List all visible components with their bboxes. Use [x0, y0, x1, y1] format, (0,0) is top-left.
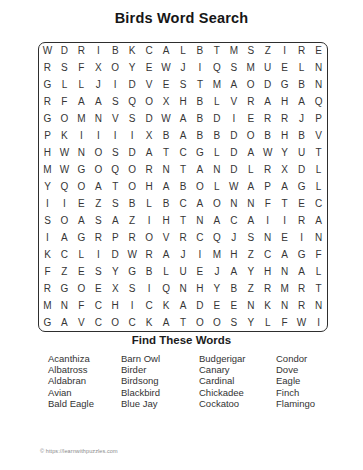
grid-cell-r11c14[interactable]: I: [259, 212, 276, 229]
grid-cell-r6c10[interactable]: B: [191, 128, 208, 145]
grid-cell-r13c7[interactable]: R: [141, 246, 158, 263]
grid-cell-r17c14[interactable]: L: [259, 314, 276, 331]
grid-cell-r6c7[interactable]: X: [141, 128, 158, 145]
grid-cell-r14c2[interactable]: Z: [56, 263, 73, 280]
grid-cell-r12c2[interactable]: A: [56, 229, 73, 246]
grid-cell-r3c6[interactable]: D: [124, 77, 141, 94]
grid-cell-r17c1[interactable]: G: [39, 314, 56, 331]
grid-cell-r4c4[interactable]: A: [90, 94, 107, 111]
grid-cell-r16c15[interactable]: N: [276, 297, 293, 314]
grid-cell-r17c17[interactable]: I: [310, 314, 327, 331]
grid-cell-r6c3[interactable]: I: [73, 128, 90, 145]
grid-cell-r4c14[interactable]: A: [259, 94, 276, 111]
grid-cell-r11c5[interactable]: A: [107, 212, 124, 229]
grid-cell-r3c11[interactable]: M: [208, 77, 225, 94]
grid-cell-r12c6[interactable]: R: [124, 229, 141, 246]
grid-cell-r17c15[interactable]: F: [276, 314, 293, 331]
grid-cell-r12c9[interactable]: R: [175, 229, 192, 246]
grid-cell-r12c15[interactable]: E: [276, 229, 293, 246]
grid-cell-r5c3[interactable]: M: [73, 111, 90, 128]
grid-cell-r4c17[interactable]: Q: [310, 94, 327, 111]
grid-cell-r5c1[interactable]: G: [39, 111, 56, 128]
grid-cell-r6c8[interactable]: B: [158, 128, 175, 145]
grid-cell-r17c11[interactable]: O: [208, 314, 225, 331]
grid-cell-r10c11[interactable]: O: [208, 195, 225, 212]
grid-cell-r5c10[interactable]: B: [191, 111, 208, 128]
word-item: Blackbird: [121, 387, 199, 398]
word-list-column-2: Barn OwlBirderBirdsongBlackbirdBlue Jay: [121, 353, 199, 409]
grid-cell-r7c15[interactable]: Y: [276, 145, 293, 162]
grid-cell-r15c5[interactable]: X: [107, 280, 124, 297]
grid-cell-r5c5[interactable]: V: [107, 111, 124, 128]
grid-cell-r9c4[interactable]: A: [90, 179, 107, 196]
grid-cell-r2c4[interactable]: X: [90, 60, 107, 77]
grid-cell-r9c2[interactable]: Q: [56, 179, 73, 196]
grid-cell-r1c15[interactable]: I: [276, 43, 293, 60]
grid-cell-r9c16[interactable]: G: [293, 179, 310, 196]
grid-cell-r7c13[interactable]: A: [242, 145, 259, 162]
grid-cell-r5c6[interactable]: S: [124, 111, 141, 128]
grid-cell-r2c3[interactable]: F: [73, 60, 90, 77]
grid-cell-r4c16[interactable]: A: [293, 94, 310, 111]
grid-cell-r15c15[interactable]: M: [276, 280, 293, 297]
grid-cell-r6c13[interactable]: O: [242, 128, 259, 145]
grid-cell-r11c13[interactable]: A: [242, 212, 259, 229]
grid-cell-r4c13[interactable]: R: [242, 94, 259, 111]
grid-cell-r2c10[interactable]: I: [191, 60, 208, 77]
grid-cell-r9c11[interactable]: L: [208, 179, 225, 196]
grid-cell-r4c10[interactable]: B: [191, 94, 208, 111]
grid-cell-r13c10[interactable]: I: [191, 246, 208, 263]
grid-cell-r12c14[interactable]: N: [259, 229, 276, 246]
grid-cell-r13c11[interactable]: M: [208, 246, 225, 263]
grid-cell-r9c14[interactable]: P: [259, 179, 276, 196]
grid-cell-r1c6[interactable]: K: [124, 43, 141, 60]
grid-cell-r7c7[interactable]: A: [141, 145, 158, 162]
grid-cell-r9c12[interactable]: W: [225, 179, 242, 196]
grid-cell-r13c15[interactable]: A: [276, 246, 293, 263]
grid-cell-r14c8[interactable]: L: [158, 263, 175, 280]
grid-cell-r15c3[interactable]: O: [73, 280, 90, 297]
grid-cell-r9c3[interactable]: O: [73, 179, 90, 196]
grid-cell-r2c15[interactable]: E: [276, 60, 293, 77]
grid-cell-r7c8[interactable]: T: [158, 145, 175, 162]
grid-cell-r6c15[interactable]: H: [276, 128, 293, 145]
grid-cell-r16c14[interactable]: K: [259, 297, 276, 314]
grid-cell-r11c3[interactable]: A: [73, 212, 90, 229]
grid-cell-r16c17[interactable]: N: [310, 297, 327, 314]
grid-cell-r3c1[interactable]: G: [39, 77, 56, 94]
grid-cell-r10c13[interactable]: N: [242, 195, 259, 212]
grid-cell-r1c10[interactable]: B: [191, 43, 208, 60]
grid-cell-r16c4[interactable]: C: [90, 297, 107, 314]
grid-cell-r5c2[interactable]: O: [56, 111, 73, 128]
grid-cell-r13c17[interactable]: F: [310, 246, 327, 263]
grid-cell-r15c8[interactable]: Q: [158, 280, 175, 297]
grid-cell-r10c16[interactable]: E: [293, 195, 310, 212]
grid-cell-r5c7[interactable]: D: [141, 111, 158, 128]
grid-cell-r11c10[interactable]: N: [191, 212, 208, 229]
grid-cell-r17c6[interactable]: C: [124, 314, 141, 331]
grid-cell-r1c17[interactable]: E: [310, 43, 327, 60]
grid-cell-r3c5[interactable]: I: [107, 77, 124, 94]
grid-cell-r16c1[interactable]: M: [39, 297, 56, 314]
grid-cell-r12c11[interactable]: Q: [208, 229, 225, 246]
grid-cell-r8c4[interactable]: O: [90, 162, 107, 179]
grid-cell-r1c7[interactable]: C: [141, 43, 158, 60]
grid-cell-r6c6[interactable]: I: [124, 128, 141, 145]
grid-cell-r2c2[interactable]: S: [56, 60, 73, 77]
grid-cell-r10c4[interactable]: Z: [90, 195, 107, 212]
grid-cell-r1c14[interactable]: Z: [259, 43, 276, 60]
grid-cell-r15c13[interactable]: Z: [242, 280, 259, 297]
grid-cell-r12c12[interactable]: J: [225, 229, 242, 246]
grid-cell-r17c9[interactable]: T: [175, 314, 192, 331]
grid-cell-r16c7[interactable]: C: [141, 297, 158, 314]
grid-cell-r3c2[interactable]: L: [56, 77, 73, 94]
grid-cell-r6c1[interactable]: P: [39, 128, 56, 145]
grid-cell-r1c9[interactable]: L: [175, 43, 192, 60]
grid-cell-r14c9[interactable]: U: [175, 263, 192, 280]
grid-cell-r12c8[interactable]: V: [158, 229, 175, 246]
grid-cell-r8c9[interactable]: T: [175, 162, 192, 179]
grid-cell-r8c16[interactable]: D: [293, 162, 310, 179]
grid-cell-r10c8[interactable]: B: [158, 195, 175, 212]
grid-cell-r2c11[interactable]: Q: [208, 60, 225, 77]
grid-cell-r5c11[interactable]: D: [208, 111, 225, 128]
grid-cell-r2c13[interactable]: M: [242, 60, 259, 77]
grid-cell-r17c12[interactable]: S: [225, 314, 242, 331]
grid-cell-r4c12[interactable]: V: [225, 94, 242, 111]
grid-cell-r6c12[interactable]: D: [225, 128, 242, 145]
grid-cell-r6c17[interactable]: V: [310, 128, 327, 145]
grid-cell-r8c17[interactable]: L: [310, 162, 327, 179]
grid-cell-r7c11[interactable]: L: [208, 145, 225, 162]
grid-cell-r3c14[interactable]: D: [259, 77, 276, 94]
grid-cell-r13c13[interactable]: Z: [242, 246, 259, 263]
grid-cell-r17c3[interactable]: V: [73, 314, 90, 331]
grid-cell-r14c14[interactable]: H: [259, 263, 276, 280]
grid-cell-r1c5[interactable]: B: [107, 43, 124, 60]
grid-cell-r3c9[interactable]: S: [175, 77, 192, 94]
grid-cell-r8c6[interactable]: O: [124, 162, 141, 179]
grid-cell-r13c14[interactable]: C: [259, 246, 276, 263]
grid-cell-r13c16[interactable]: G: [293, 246, 310, 263]
grid-cell-r8c15[interactable]: X: [276, 162, 293, 179]
grid-cell-r15c12[interactable]: B: [225, 280, 242, 297]
grid-cell-r6c16[interactable]: B: [293, 128, 310, 145]
grid-cell-r12c13[interactable]: S: [242, 229, 259, 246]
grid-cell-r7c9[interactable]: C: [175, 145, 192, 162]
grid-cell-r2c6[interactable]: Y: [124, 60, 141, 77]
grid-cell-r15c6[interactable]: S: [124, 280, 141, 297]
grid-cell-r1c4[interactable]: I: [90, 43, 107, 60]
grid-cell-r7c14[interactable]: W: [259, 145, 276, 162]
grid-cell-r9c1[interactable]: Y: [39, 179, 56, 196]
grid-cell-r5c12[interactable]: I: [225, 111, 242, 128]
grid-cell-r7c4[interactable]: O: [90, 145, 107, 162]
grid-cell-r9c9[interactable]: B: [175, 179, 192, 196]
grid-cell-r5c15[interactable]: R: [276, 111, 293, 128]
grid-cell-r14c10[interactable]: E: [191, 263, 208, 280]
grid-cell-r13c2[interactable]: C: [56, 246, 73, 263]
word-item: Bald Eagle: [48, 398, 121, 409]
grid-cell-r16c2[interactable]: N: [56, 297, 73, 314]
grid-cell-r3c8[interactable]: E: [158, 77, 175, 94]
grid-cell-r16c9[interactable]: A: [175, 297, 192, 314]
grid-cell-r16c10[interactable]: D: [191, 297, 208, 314]
grid-cell-r7c6[interactable]: D: [124, 145, 141, 162]
grid-cell-r10c15[interactable]: T: [276, 195, 293, 212]
grid-cell-r8c3[interactable]: G: [73, 162, 90, 179]
grid-cell-r17c2[interactable]: A: [56, 314, 73, 331]
grid-cell-r16c3[interactable]: F: [73, 297, 90, 314]
grid-cell-r12c1[interactable]: I: [39, 229, 56, 246]
grid-cell-r16c13[interactable]: N: [242, 297, 259, 314]
grid-cell-r4c9[interactable]: H: [175, 94, 192, 111]
grid-cell-r6c14[interactable]: B: [259, 128, 276, 145]
grid-cell-r5c9[interactable]: A: [175, 111, 192, 128]
grid-cell-r7c12[interactable]: D: [225, 145, 242, 162]
grid-cell-r15c11[interactable]: Y: [208, 280, 225, 297]
grid-cell-r2c16[interactable]: L: [293, 60, 310, 77]
grid-cell-r1c16[interactable]: R: [293, 43, 310, 60]
word-list: AcanthizaAlbatrossAldabranAvianBald Eagl…: [48, 353, 361, 409]
grid-cell-r10c3[interactable]: E: [73, 195, 90, 212]
grid-cell-r17c16[interactable]: W: [293, 314, 310, 331]
grid-cell-r9c6[interactable]: O: [124, 179, 141, 196]
grid-cell-r3c15[interactable]: G: [276, 77, 293, 94]
grid-cell-r7c17[interactable]: T: [310, 145, 327, 162]
grid-cell-r12c7[interactable]: O: [141, 229, 158, 246]
word-item: Finch: [276, 387, 361, 398]
grid-cell-r14c7[interactable]: B: [141, 263, 158, 280]
word-item: Budgerigar: [199, 353, 276, 364]
grid-cell-r8c12[interactable]: D: [225, 162, 242, 179]
grid-cell-r5c13[interactable]: E: [242, 111, 259, 128]
grid-cell-r8c1[interactable]: M: [39, 162, 56, 179]
grid-cell-r7c16[interactable]: U: [293, 145, 310, 162]
grid-cell-r16c16[interactable]: R: [293, 297, 310, 314]
grid-cell-r12c17[interactable]: N: [310, 229, 327, 246]
grid-cell-r10c5[interactable]: S: [107, 195, 124, 212]
grid-cell-r10c7[interactable]: L: [141, 195, 158, 212]
grid-cell-r1c8[interactable]: A: [158, 43, 175, 60]
grid-cell-r17c8[interactable]: A: [158, 314, 175, 331]
grid-cell-r5c16[interactable]: J: [293, 111, 310, 128]
grid-cell-r15c14[interactable]: R: [259, 280, 276, 297]
grid-cell-r2c8[interactable]: W: [158, 60, 175, 77]
grid-cell-r14c4[interactable]: S: [90, 263, 107, 280]
grid-cell-r3c7[interactable]: V: [141, 77, 158, 94]
grid-cell-r8c7[interactable]: R: [141, 162, 158, 179]
grid-cell-r13c6[interactable]: W: [124, 246, 141, 263]
grid-cell-r11c12[interactable]: C: [225, 212, 242, 229]
grid-cell-r4c6[interactable]: Q: [124, 94, 141, 111]
grid-cell-r3c17[interactable]: N: [310, 77, 327, 94]
grid-cell-r13c12[interactable]: H: [225, 246, 242, 263]
grid-cell-r6c2[interactable]: K: [56, 128, 73, 145]
grid-cell-r11c2[interactable]: O: [56, 212, 73, 229]
grid-cell-r11c15[interactable]: I: [276, 212, 293, 229]
grid-cell-r2c1[interactable]: R: [39, 60, 56, 77]
grid-cell-r13c9[interactable]: J: [175, 246, 192, 263]
grid-cell-r8c2[interactable]: W: [56, 162, 73, 179]
grid-cell-r3c13[interactable]: O: [242, 77, 259, 94]
grid-cell-r14c3[interactable]: E: [73, 263, 90, 280]
grid-cell-r4c8[interactable]: X: [158, 94, 175, 111]
word-item: Acanthiza: [48, 353, 121, 364]
grid-cell-r15c17[interactable]: T: [310, 280, 327, 297]
grid-cell-r13c1[interactable]: K: [39, 246, 56, 263]
grid-cell-r4c3[interactable]: A: [73, 94, 90, 111]
grid-cell-r16c12[interactable]: E: [225, 297, 242, 314]
grid-cell-r14c15[interactable]: N: [276, 263, 293, 280]
grid-cell-r7c5[interactable]: S: [107, 145, 124, 162]
grid-cell-r9c15[interactable]: A: [276, 179, 293, 196]
word-search-grid: WDRIBKCALBTMSZIRERSFXOYEWJIQSMUELNGLLJID…: [38, 42, 328, 332]
grid-cell-r11c16[interactable]: R: [293, 212, 310, 229]
grid-cell-r11c17[interactable]: A: [310, 212, 327, 229]
grid-cell-r13c3[interactable]: L: [73, 246, 90, 263]
grid-cell-r17c10[interactable]: O: [191, 314, 208, 331]
grid-cell-r11c6[interactable]: Z: [124, 212, 141, 229]
grid-cell-r15c16[interactable]: R: [293, 280, 310, 297]
grid-cell-r7c1[interactable]: H: [39, 145, 56, 162]
grid-cell-r11c4[interactable]: S: [90, 212, 107, 229]
grid-cell-r4c7[interactable]: O: [141, 94, 158, 111]
grid-cell-r16c8[interactable]: K: [158, 297, 175, 314]
grid-cell-r6c9[interactable]: A: [175, 128, 192, 145]
grid-cell-r2c9[interactable]: J: [175, 60, 192, 77]
grid-cell-r15c1[interactable]: R: [39, 280, 56, 297]
grid-cell-r9c13[interactable]: A: [242, 179, 259, 196]
grid-cell-r9c17[interactable]: L: [310, 179, 327, 196]
grid-cell-r10c10[interactable]: A: [191, 195, 208, 212]
grid-cell-r15c4[interactable]: E: [90, 280, 107, 297]
grid-cell-r15c9[interactable]: N: [175, 280, 192, 297]
grid-cell-r5c17[interactable]: P: [310, 111, 327, 128]
grid-cell-r14c16[interactable]: A: [293, 263, 310, 280]
word-item: Cardinal: [199, 375, 276, 386]
grid-cell-r8c11[interactable]: N: [208, 162, 225, 179]
grid-cell-r14c13[interactable]: Y: [242, 263, 259, 280]
grid-cell-r8c8[interactable]: N: [158, 162, 175, 179]
grid-cell-r1c11[interactable]: T: [208, 43, 225, 60]
grid-cell-r12c3[interactable]: G: [73, 229, 90, 246]
grid-cell-r12c5[interactable]: P: [107, 229, 124, 246]
word-item: Albatross: [48, 364, 121, 375]
grid-cell-r8c10[interactable]: A: [191, 162, 208, 179]
grid-cell-r10c2[interactable]: I: [56, 195, 73, 212]
grid-cell-r6c4[interactable]: I: [90, 128, 107, 145]
grid-cell-r10c12[interactable]: N: [225, 195, 242, 212]
grid-cell-r5c14[interactable]: R: [259, 111, 276, 128]
grid-cell-r15c10[interactable]: H: [191, 280, 208, 297]
grid-cell-r4c11[interactable]: L: [208, 94, 225, 111]
grid-cell-r1c2[interactable]: D: [56, 43, 73, 60]
grid-cell-r9c7[interactable]: H: [141, 179, 158, 196]
grid-cell-r3c3[interactable]: L: [73, 77, 90, 94]
grid-cell-r5c4[interactable]: N: [90, 111, 107, 128]
grid-cell-r9c5[interactable]: T: [107, 179, 124, 196]
grid-cell-r4c2[interactable]: F: [56, 94, 73, 111]
grid-cell-r10c1[interactable]: I: [39, 195, 56, 212]
grid-cell-r10c9[interactable]: C: [175, 195, 192, 212]
grid-cell-r4c15[interactable]: H: [276, 94, 293, 111]
grid-cell-r12c16[interactable]: I: [293, 229, 310, 246]
grid-cell-r2c5[interactable]: O: [107, 60, 124, 77]
grid-cell-r10c14[interactable]: F: [259, 195, 276, 212]
grid-cell-r2c12[interactable]: S: [225, 60, 242, 77]
grid-cell-r13c8[interactable]: A: [158, 246, 175, 263]
grid-cell-r3c12[interactable]: A: [225, 77, 242, 94]
grid-cell-r17c4[interactable]: C: [90, 314, 107, 331]
grid-cell-r6c11[interactable]: B: [208, 128, 225, 145]
grid-cell-r13c5[interactable]: D: [107, 246, 124, 263]
grid-cell-r14c11[interactable]: J: [208, 263, 225, 280]
grid-cell-r14c6[interactable]: G: [124, 263, 141, 280]
grid-cell-r2c17[interactable]: N: [310, 60, 327, 77]
grid-cell-r8c14[interactable]: R: [259, 162, 276, 179]
grid-cell-r6c5[interactable]: I: [107, 128, 124, 145]
grid-cell-r11c1[interactable]: S: [39, 212, 56, 229]
grid-cell-r7c2[interactable]: W: [56, 145, 73, 162]
word-item: Cockatoo: [199, 398, 276, 409]
grid-cell-r17c13[interactable]: Y: [242, 314, 259, 331]
grid-cell-r5c8[interactable]: W: [158, 111, 175, 128]
grid-cell-r7c10[interactable]: G: [191, 145, 208, 162]
grid-cell-r14c12[interactable]: A: [225, 263, 242, 280]
grid-cell-r11c7[interactable]: I: [141, 212, 158, 229]
grid-cell-r2c7[interactable]: E: [141, 60, 158, 77]
grid-cell-r16c6[interactable]: I: [124, 297, 141, 314]
grid-cell-r9c10[interactable]: O: [191, 179, 208, 196]
grid-cell-r14c1[interactable]: F: [39, 263, 56, 280]
grid-cell-r4c5[interactable]: S: [107, 94, 124, 111]
grid-cell-r1c3[interactable]: R: [73, 43, 90, 60]
grid-cell-r11c9[interactable]: T: [175, 212, 192, 229]
grid-cell-r16c5[interactable]: H: [107, 297, 124, 314]
grid-cell-r11c8[interactable]: H: [158, 212, 175, 229]
grid-cell-r8c5[interactable]: Q: [107, 162, 124, 179]
grid-cell-r11c11[interactable]: A: [208, 212, 225, 229]
grid-cell-r9c8[interactable]: A: [158, 179, 175, 196]
grid-cell-r17c5[interactable]: O: [107, 314, 124, 331]
grid-cell-r3c10[interactable]: T: [191, 77, 208, 94]
grid-cell-r14c5[interactable]: Y: [107, 263, 124, 280]
grid-cell-r2c14[interactable]: U: [259, 60, 276, 77]
grid-cell-r10c6[interactable]: B: [124, 195, 141, 212]
grid-cell-r13c4[interactable]: I: [90, 246, 107, 263]
grid-cell-r10c17[interactable]: C: [310, 195, 327, 212]
grid-cell-r3c4[interactable]: J: [90, 77, 107, 94]
grid-cell-r15c2[interactable]: G: [56, 280, 73, 297]
grid-cell-r17c7[interactable]: K: [141, 314, 158, 331]
grid-cell-r7c3[interactable]: N: [73, 145, 90, 162]
grid-cell-r15c7[interactable]: I: [141, 280, 158, 297]
grid-cell-r16c11[interactable]: E: [208, 297, 225, 314]
grid-cell-r14c17[interactable]: L: [310, 263, 327, 280]
grid-cell-r1c13[interactable]: S: [242, 43, 259, 60]
grid-cell-r12c4[interactable]: R: [90, 229, 107, 246]
grid-cell-r4c1[interactable]: R: [39, 94, 56, 111]
grid-cell-r8c13[interactable]: L: [242, 162, 259, 179]
grid-cell-r12c10[interactable]: C: [191, 229, 208, 246]
grid-cell-r1c1[interactable]: W: [39, 43, 56, 60]
grid-cell-r1c12[interactable]: M: [225, 43, 242, 60]
grid-cell-r3c16[interactable]: B: [293, 77, 310, 94]
